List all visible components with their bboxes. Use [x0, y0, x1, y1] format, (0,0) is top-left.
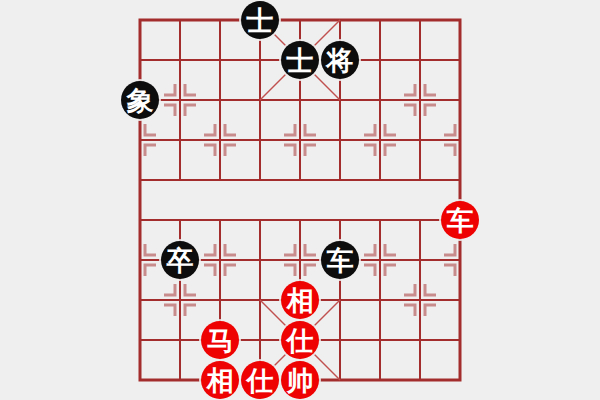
piece-red-horse[interactable]: 马: [201, 321, 239, 359]
xiangqi-board-app: 士士将象卒车车相马仕相仕帅: [0, 0, 600, 400]
piece-red-advisor-2[interactable]: 仕: [241, 361, 279, 399]
piece-red-elephant-2[interactable]: 相: [201, 361, 239, 399]
piece-black-soldier[interactable]: 卒: [161, 241, 199, 279]
piece-black-advisor-1[interactable]: 士: [241, 1, 279, 39]
piece-black-general[interactable]: 将: [321, 41, 359, 79]
piece-red-chariot[interactable]: 车: [441, 201, 479, 239]
piece-black-advisor-2[interactable]: 士: [281, 41, 319, 79]
piece-red-elephant-1[interactable]: 相: [281, 281, 319, 319]
piece-red-general[interactable]: 帅: [281, 361, 319, 399]
piece-red-advisor-1[interactable]: 仕: [281, 321, 319, 359]
pieces-grid: 士士将象卒车车相马仕相仕帅: [120, 0, 480, 400]
piece-black-elephant[interactable]: 象: [121, 81, 159, 119]
piece-black-chariot[interactable]: 车: [321, 241, 359, 279]
